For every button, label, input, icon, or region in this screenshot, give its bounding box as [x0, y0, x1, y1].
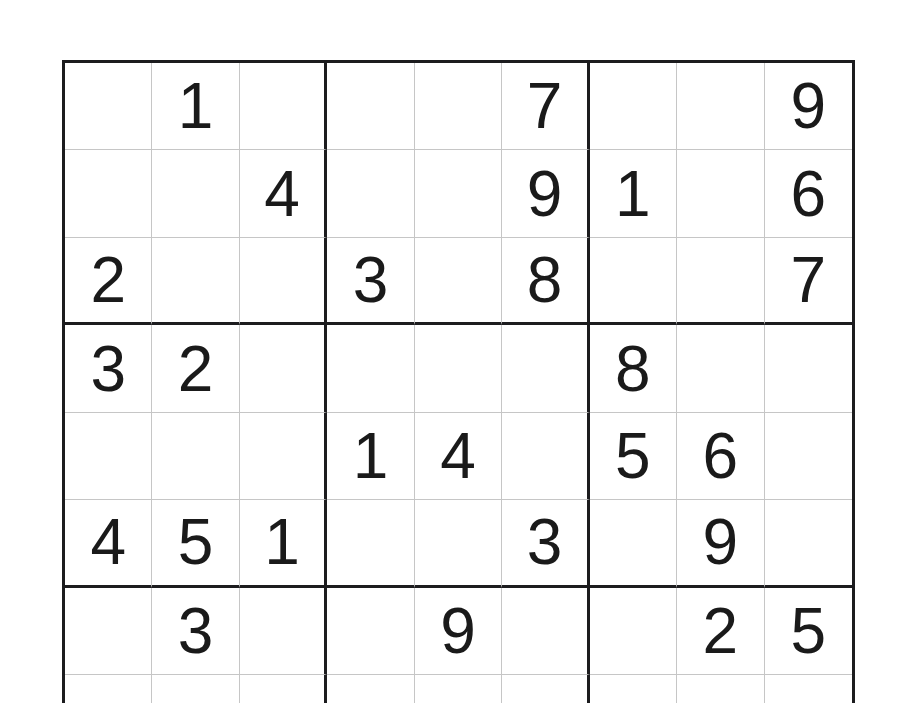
cell-r5c4[interactable]: 1 — [327, 413, 414, 500]
cell-r5c2[interactable] — [152, 413, 239, 500]
cell-r6c9[interactable] — [765, 500, 852, 587]
cell-r1c5[interactable] — [415, 63, 502, 150]
cell-r5c9[interactable] — [765, 413, 852, 500]
cell-r4c3[interactable] — [240, 325, 327, 412]
cell-r8c1[interactable] — [65, 675, 152, 703]
cell-r3c5[interactable] — [415, 238, 502, 325]
cell-r2c8[interactable] — [677, 150, 764, 237]
cell-r3c1[interactable]: 2 — [65, 238, 152, 325]
cell-r8c3[interactable] — [240, 675, 327, 703]
cell-r7c9[interactable]: 5 — [765, 588, 852, 675]
sudoku-board: 1 7 9 4 9 1 6 2 3 8 7 3 2 8 1 4 5 6 4 5 … — [62, 60, 855, 703]
cell-r7c4[interactable] — [327, 588, 414, 675]
cell-r1c8[interactable] — [677, 63, 764, 150]
cell-r4c5[interactable] — [415, 325, 502, 412]
cell-r1c6[interactable]: 7 — [502, 63, 589, 150]
cell-r3c9[interactable]: 7 — [765, 238, 852, 325]
cell-r6c3[interactable]: 1 — [240, 500, 327, 587]
cell-r3c7[interactable] — [590, 238, 677, 325]
cell-r8c9[interactable] — [765, 675, 852, 703]
cell-r5c8[interactable]: 6 — [677, 413, 764, 500]
cell-r6c5[interactable] — [415, 500, 502, 587]
cell-r1c9[interactable]: 9 — [765, 63, 852, 150]
cell-r5c3[interactable] — [240, 413, 327, 500]
cell-r5c5[interactable]: 4 — [415, 413, 502, 500]
cell-r3c8[interactable] — [677, 238, 764, 325]
cell-r6c4[interactable] — [327, 500, 414, 587]
cell-r4c8[interactable] — [677, 325, 764, 412]
cell-r6c7[interactable] — [590, 500, 677, 587]
cell-r7c8[interactable]: 2 — [677, 588, 764, 675]
cell-r2c7[interactable]: 1 — [590, 150, 677, 237]
cell-r2c4[interactable] — [327, 150, 414, 237]
cell-r8c8[interactable] — [677, 675, 764, 703]
cell-r3c6[interactable]: 8 — [502, 238, 589, 325]
cell-r7c7[interactable] — [590, 588, 677, 675]
cell-r1c7[interactable] — [590, 63, 677, 150]
cell-r3c2[interactable] — [152, 238, 239, 325]
cell-r6c2[interactable]: 5 — [152, 500, 239, 587]
cell-r3c4[interactable]: 3 — [327, 238, 414, 325]
cell-r1c4[interactable] — [327, 63, 414, 150]
cell-r5c7[interactable]: 5 — [590, 413, 677, 500]
cell-r6c6[interactable]: 3 — [502, 500, 589, 587]
cell-r2c6[interactable]: 9 — [502, 150, 589, 237]
cell-r8c5[interactable] — [415, 675, 502, 703]
cell-r4c9[interactable] — [765, 325, 852, 412]
cell-r2c9[interactable]: 6 — [765, 150, 852, 237]
cell-r8c4[interactable] — [327, 675, 414, 703]
cell-r7c2[interactable]: 3 — [152, 588, 239, 675]
cell-r2c1[interactable] — [65, 150, 152, 237]
cell-r7c1[interactable] — [65, 588, 152, 675]
cell-r4c6[interactable] — [502, 325, 589, 412]
cell-r4c4[interactable] — [327, 325, 414, 412]
cell-r8c7[interactable] — [590, 675, 677, 703]
cell-r7c3[interactable] — [240, 588, 327, 675]
cell-r5c1[interactable] — [65, 413, 152, 500]
cell-r3c3[interactable] — [240, 238, 327, 325]
cell-r1c1[interactable] — [65, 63, 152, 150]
cell-r2c2[interactable] — [152, 150, 239, 237]
cell-r7c6[interactable] — [502, 588, 589, 675]
cell-r2c3[interactable]: 4 — [240, 150, 327, 237]
cell-r4c7[interactable]: 8 — [590, 325, 677, 412]
cell-r1c3[interactable] — [240, 63, 327, 150]
cell-r6c1[interactable]: 4 — [65, 500, 152, 587]
cell-r6c8[interactable]: 9 — [677, 500, 764, 587]
cell-r4c2[interactable]: 2 — [152, 325, 239, 412]
cell-r2c5[interactable] — [415, 150, 502, 237]
cell-r8c6[interactable] — [502, 675, 589, 703]
cell-r1c2[interactable]: 1 — [152, 63, 239, 150]
cell-r8c2[interactable] — [152, 675, 239, 703]
cell-r7c5[interactable]: 9 — [415, 588, 502, 675]
cell-r5c6[interactable] — [502, 413, 589, 500]
cell-r4c1[interactable]: 3 — [65, 325, 152, 412]
